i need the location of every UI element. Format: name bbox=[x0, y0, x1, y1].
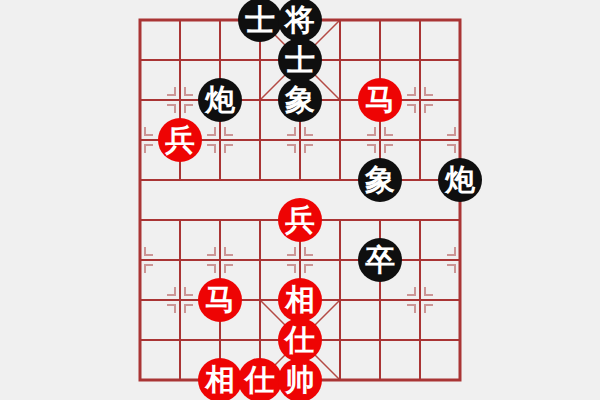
piece-black-cannon-2[interactable]: 炮 bbox=[438, 158, 482, 202]
piece-red-general[interactable]: 帅 bbox=[278, 358, 322, 400]
piece-red-soldier-2[interactable]: 兵 bbox=[278, 198, 322, 242]
piece-red-horse-2[interactable]: 马 bbox=[198, 278, 242, 322]
piece-black-elephant-1[interactable]: 象 bbox=[278, 78, 322, 122]
piece-black-advisor-1[interactable]: 士 bbox=[238, 0, 282, 42]
piece-black-soldier[interactable]: 卒 bbox=[358, 238, 402, 282]
piece-black-cannon-1[interactable]: 炮 bbox=[198, 78, 242, 122]
piece-black-general[interactable]: 将 bbox=[278, 0, 322, 42]
piece-red-elephant-1[interactable]: 相 bbox=[278, 278, 322, 322]
piece-red-horse-1[interactable]: 马 bbox=[358, 78, 402, 122]
xiangqi-board: 士将士炮象马兵象炮兵卒马相仕相仕帅 bbox=[0, 0, 600, 400]
piece-black-advisor-2[interactable]: 士 bbox=[278, 38, 322, 82]
piece-red-soldier-1[interactable]: 兵 bbox=[158, 118, 202, 162]
piece-black-elephant-2[interactable]: 象 bbox=[358, 158, 402, 202]
piece-red-elephant-2[interactable]: 相 bbox=[198, 358, 242, 400]
piece-red-advisor-1[interactable]: 仕 bbox=[278, 318, 322, 362]
pieces-layer: 士将士炮象马兵象炮兵卒马相仕相仕帅 bbox=[0, 0, 600, 400]
piece-red-advisor-2[interactable]: 仕 bbox=[238, 358, 282, 400]
